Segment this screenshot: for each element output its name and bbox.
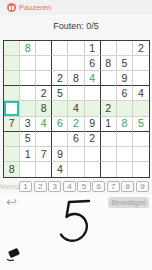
eraser-icon[interactable] bbox=[5, 248, 21, 262]
cell-r1c9[interactable]: 2 bbox=[133, 41, 149, 56]
cell-r4c2[interactable] bbox=[20, 86, 36, 101]
cell-r6c9[interactable]: 5 bbox=[133, 117, 149, 132]
cell-r8c1[interactable] bbox=[4, 147, 20, 162]
cell-r7c7[interactable] bbox=[101, 132, 117, 147]
num-button-7[interactable]: 7 bbox=[107, 181, 120, 192]
handwritten-digit bbox=[56, 196, 98, 246]
cell-r4c9[interactable]: 4 bbox=[133, 86, 149, 101]
cell-r6c6[interactable]: 9 bbox=[85, 117, 101, 132]
pause-label: Pauzeren bbox=[19, 3, 51, 12]
cell-r3c4[interactable]: 2 bbox=[52, 71, 68, 86]
num-button-8[interactable]: 8 bbox=[121, 181, 134, 192]
cell-r1c5[interactable] bbox=[68, 41, 84, 56]
cell-r1c6[interactable]: 1 bbox=[85, 41, 101, 56]
cell-r5c5[interactable]: 4 bbox=[68, 101, 84, 116]
mistakes-counter: Fouten: 0/5 bbox=[0, 21, 152, 31]
cell-r8c8[interactable] bbox=[117, 147, 133, 162]
cell-r1c4[interactable] bbox=[52, 41, 68, 56]
sudoku-board: 8126852849256484273462918556217984 bbox=[3, 40, 150, 178]
cell-r3c7[interactable] bbox=[101, 71, 117, 86]
cell-r9c1[interactable]: 8 bbox=[4, 162, 20, 177]
undo-icon[interactable]: ↩ bbox=[6, 196, 17, 208]
cell-r9c7[interactable] bbox=[101, 162, 117, 177]
cell-r4c1[interactable] bbox=[4, 86, 20, 101]
cell-r3c9[interactable] bbox=[133, 71, 149, 86]
cell-r9c2[interactable] bbox=[20, 162, 36, 177]
cell-r2c7[interactable]: 8 bbox=[101, 56, 117, 71]
num-button-2[interactable]: 2 bbox=[34, 181, 47, 192]
number-buttons: 123456789 bbox=[19, 181, 152, 192]
cell-r8c6[interactable] bbox=[85, 147, 101, 162]
confirm-button[interactable]: Bevestigen bbox=[108, 197, 149, 208]
pause-icon bbox=[7, 3, 16, 12]
cell-r5c2[interactable] bbox=[20, 101, 36, 116]
cell-r8c7[interactable] bbox=[101, 147, 117, 162]
cell-r5c9[interactable] bbox=[133, 101, 149, 116]
num-button-4[interactable]: 4 bbox=[63, 181, 76, 192]
cell-r6c5[interactable]: 2 bbox=[68, 117, 84, 132]
cell-r7c4[interactable] bbox=[52, 132, 68, 147]
cell-r5c7[interactable]: 2 bbox=[101, 101, 117, 116]
num-button-5[interactable]: 5 bbox=[77, 181, 90, 192]
cell-r4c3[interactable]: 2 bbox=[36, 86, 52, 101]
cell-r1c3[interactable] bbox=[36, 41, 52, 56]
cell-r3c6[interactable]: 4 bbox=[85, 71, 101, 86]
cell-r3c2[interactable] bbox=[20, 71, 36, 86]
cell-r5c6[interactable] bbox=[85, 101, 101, 116]
top-bar: Pauzeren bbox=[0, 0, 152, 15]
pause-button[interactable]: Pauzeren bbox=[0, 3, 51, 12]
cell-r7c8[interactable] bbox=[117, 132, 133, 147]
cell-r4c8[interactable]: 6 bbox=[117, 86, 133, 101]
cell-r5c8[interactable] bbox=[117, 101, 133, 116]
cell-r3c8[interactable]: 9 bbox=[117, 71, 133, 86]
cell-r2c9[interactable] bbox=[133, 56, 149, 71]
cell-r6c4[interactable]: 6 bbox=[52, 117, 68, 132]
cell-r5c4[interactable] bbox=[52, 101, 68, 116]
cell-r3c1[interactable] bbox=[4, 71, 20, 86]
cell-r1c2[interactable]: 8 bbox=[20, 41, 36, 56]
cell-r5c1[interactable] bbox=[4, 101, 20, 116]
memo-toggle[interactable]: Memo bbox=[0, 183, 19, 190]
cell-r8c3[interactable]: 7 bbox=[36, 147, 52, 162]
cell-r7c1[interactable] bbox=[4, 132, 20, 147]
cell-r9c3[interactable] bbox=[36, 162, 52, 177]
cell-r2c4[interactable] bbox=[52, 56, 68, 71]
cell-r1c1[interactable] bbox=[4, 41, 20, 56]
num-button-6[interactable]: 6 bbox=[92, 181, 105, 192]
cell-r2c6[interactable]: 6 bbox=[85, 56, 101, 71]
cell-r8c4[interactable]: 9 bbox=[52, 147, 68, 162]
cell-r8c2[interactable]: 1 bbox=[20, 147, 36, 162]
num-button-9[interactable]: 9 bbox=[136, 181, 149, 192]
cell-r2c5[interactable] bbox=[68, 56, 84, 71]
cell-r8c5[interactable] bbox=[68, 147, 84, 162]
cell-r7c3[interactable] bbox=[36, 132, 52, 147]
cell-r4c7[interactable] bbox=[101, 86, 117, 101]
handwriting-canvas[interactable]: ↩ Bevestigen bbox=[0, 194, 152, 270]
cell-r8c9[interactable] bbox=[133, 147, 149, 162]
cell-r4c6[interactable] bbox=[85, 86, 101, 101]
cell-r2c8[interactable]: 5 bbox=[117, 56, 133, 71]
cell-r9c6[interactable] bbox=[85, 162, 101, 177]
cell-r7c5[interactable]: 6 bbox=[68, 132, 84, 147]
cell-r1c7[interactable] bbox=[101, 41, 117, 56]
num-button-1[interactable]: 1 bbox=[19, 181, 32, 192]
cell-r6c1[interactable]: 7 bbox=[4, 117, 20, 132]
cell-r9c9[interactable] bbox=[133, 162, 149, 177]
cell-r7c6[interactable]: 2 bbox=[85, 132, 101, 147]
num-button-3[interactable]: 3 bbox=[48, 181, 61, 192]
memo-row: Memo 123456789 bbox=[0, 180, 152, 193]
cell-r7c9[interactable] bbox=[133, 132, 149, 147]
cell-r4c5[interactable] bbox=[68, 86, 84, 101]
cell-r2c3[interactable] bbox=[36, 56, 52, 71]
cell-r9c8[interactable] bbox=[117, 162, 133, 177]
cell-r9c4[interactable]: 4 bbox=[52, 162, 68, 177]
cell-r6c2[interactable]: 3 bbox=[20, 117, 36, 132]
cell-r6c8[interactable]: 8 bbox=[117, 117, 133, 132]
cell-r3c5[interactable]: 8 bbox=[68, 71, 84, 86]
cell-r3c3[interactable] bbox=[36, 71, 52, 86]
cell-r9c5[interactable] bbox=[68, 162, 84, 177]
cell-r4c4[interactable]: 5 bbox=[52, 86, 68, 101]
cell-r2c2[interactable] bbox=[20, 56, 36, 71]
cell-r2c1[interactable] bbox=[4, 56, 20, 71]
cell-r5c3[interactable]: 8 bbox=[36, 101, 52, 116]
cell-r1c8[interactable] bbox=[117, 41, 133, 56]
cell-r6c3[interactable]: 4 bbox=[36, 117, 52, 132]
cell-r6c7[interactable]: 1 bbox=[101, 117, 117, 132]
cell-r7c2[interactable]: 5 bbox=[20, 132, 36, 147]
